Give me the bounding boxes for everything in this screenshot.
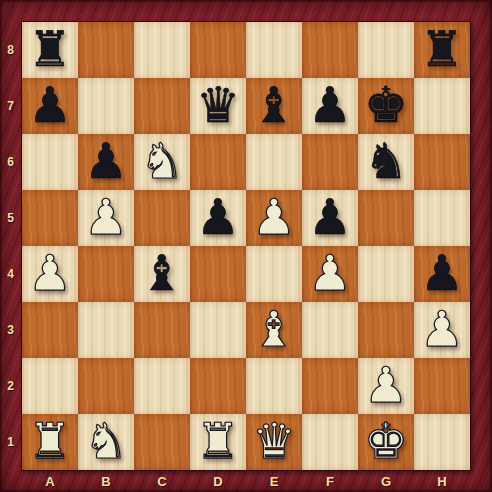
square-e2[interactable] <box>246 358 302 414</box>
square-c2[interactable] <box>134 358 190 414</box>
square-a5[interactable] <box>22 190 78 246</box>
square-e4[interactable] <box>246 246 302 302</box>
square-f4[interactable]: ♟ <box>302 246 358 302</box>
piece-white-pawn-f4[interactable]: ♟ <box>308 249 352 298</box>
piece-white-knight-b1[interactable]: ♞ <box>84 417 128 466</box>
square-f8[interactable] <box>302 22 358 78</box>
square-c3[interactable] <box>134 302 190 358</box>
square-h4[interactable]: ♟ <box>414 246 470 302</box>
piece-black-pawn-d5[interactable]: ♟ <box>196 193 240 242</box>
square-a6[interactable] <box>22 134 78 190</box>
square-b6[interactable]: ♟ <box>78 134 134 190</box>
square-f7[interactable]: ♟ <box>302 78 358 134</box>
chess-board: ♜♜♟♛♝♟♚♟♞♞♟♟♟♟♟♝♟♟♝♟♟♜♞♜♛♚ <box>21 21 471 471</box>
rank-label-1: 1 <box>0 414 21 470</box>
square-g7[interactable]: ♚ <box>358 78 414 134</box>
square-b3[interactable] <box>78 302 134 358</box>
square-a4[interactable]: ♟ <box>22 246 78 302</box>
piece-white-bishop-e3[interactable]: ♝ <box>252 305 296 354</box>
square-e1[interactable]: ♛ <box>246 414 302 470</box>
square-h5[interactable] <box>414 190 470 246</box>
square-c4[interactable]: ♝ <box>134 246 190 302</box>
piece-white-king-g1[interactable]: ♚ <box>364 417 408 466</box>
square-d5[interactable]: ♟ <box>190 190 246 246</box>
square-f6[interactable] <box>302 134 358 190</box>
square-f1[interactable] <box>302 414 358 470</box>
square-e8[interactable] <box>246 22 302 78</box>
square-a8[interactable]: ♜ <box>22 22 78 78</box>
square-d7[interactable]: ♛ <box>190 78 246 134</box>
square-f5[interactable]: ♟ <box>302 190 358 246</box>
square-e7[interactable]: ♝ <box>246 78 302 134</box>
piece-black-pawn-h4[interactable]: ♟ <box>420 249 464 298</box>
piece-white-pawn-a4[interactable]: ♟ <box>28 249 72 298</box>
square-c6[interactable]: ♞ <box>134 134 190 190</box>
piece-black-rook-a8[interactable]: ♜ <box>28 25 72 74</box>
square-b8[interactable] <box>78 22 134 78</box>
rank-label-3: 3 <box>0 302 21 358</box>
piece-black-bishop-c4[interactable]: ♝ <box>140 249 184 298</box>
square-c8[interactable] <box>134 22 190 78</box>
piece-white-rook-d1[interactable]: ♜ <box>196 417 240 466</box>
square-f2[interactable] <box>302 358 358 414</box>
square-a7[interactable]: ♟ <box>22 78 78 134</box>
file-label-b: B <box>78 470 134 492</box>
file-label-f: F <box>302 470 358 492</box>
square-g5[interactable] <box>358 190 414 246</box>
rank-label-7: 7 <box>0 78 21 134</box>
square-b2[interactable] <box>78 358 134 414</box>
piece-white-pawn-g2[interactable]: ♟ <box>364 361 408 410</box>
square-e3[interactable]: ♝ <box>246 302 302 358</box>
piece-black-pawn-f5[interactable]: ♟ <box>308 193 352 242</box>
square-a2[interactable] <box>22 358 78 414</box>
piece-white-rook-a1[interactable]: ♜ <box>28 417 72 466</box>
square-d4[interactable] <box>190 246 246 302</box>
square-g6[interactable]: ♞ <box>358 134 414 190</box>
square-h8[interactable]: ♜ <box>414 22 470 78</box>
piece-black-queen-d7[interactable]: ♛ <box>196 81 240 130</box>
rank-label-4: 4 <box>0 246 21 302</box>
rank-label-8: 8 <box>0 22 21 78</box>
file-label-c: C <box>134 470 190 492</box>
square-b7[interactable] <box>78 78 134 134</box>
square-e6[interactable] <box>246 134 302 190</box>
rank-label-2: 2 <box>0 358 21 414</box>
piece-black-knight-g6[interactable]: ♞ <box>364 137 408 186</box>
square-g4[interactable] <box>358 246 414 302</box>
file-label-a: A <box>22 470 78 492</box>
square-d2[interactable] <box>190 358 246 414</box>
square-h6[interactable] <box>414 134 470 190</box>
piece-black-bishop-e7[interactable]: ♝ <box>252 81 296 130</box>
square-c7[interactable] <box>134 78 190 134</box>
piece-white-pawn-e5[interactable]: ♟ <box>252 193 296 242</box>
square-d6[interactable] <box>190 134 246 190</box>
piece-black-king-g7[interactable]: ♚ <box>364 81 408 130</box>
square-b1[interactable]: ♞ <box>78 414 134 470</box>
piece-black-pawn-a7[interactable]: ♟ <box>28 81 72 130</box>
chess-board-frame: 87654321 ♜♜♟♛♝♟♚♟♞♞♟♟♟♟♟♝♟♟♝♟♟♜♞♜♛♚ ABCD… <box>0 0 492 492</box>
square-h3[interactable]: ♟ <box>414 302 470 358</box>
piece-white-queen-e1[interactable]: ♛ <box>252 417 296 466</box>
square-c5[interactable] <box>134 190 190 246</box>
file-label-h: H <box>414 470 470 492</box>
piece-white-knight-c6[interactable]: ♞ <box>140 137 184 186</box>
square-d3[interactable] <box>190 302 246 358</box>
file-label-g: G <box>358 470 414 492</box>
piece-black-rook-h8[interactable]: ♜ <box>420 25 464 74</box>
square-h1[interactable] <box>414 414 470 470</box>
square-g3[interactable] <box>358 302 414 358</box>
square-b4[interactable] <box>78 246 134 302</box>
square-d1[interactable]: ♜ <box>190 414 246 470</box>
square-c1[interactable] <box>134 414 190 470</box>
square-g2[interactable]: ♟ <box>358 358 414 414</box>
rank-label-5: 5 <box>0 190 21 246</box>
square-e5[interactable]: ♟ <box>246 190 302 246</box>
square-d8[interactable] <box>190 22 246 78</box>
piece-white-pawn-h3[interactable]: ♟ <box>420 305 464 354</box>
square-h7[interactable] <box>414 78 470 134</box>
square-g1[interactable]: ♚ <box>358 414 414 470</box>
square-g8[interactable] <box>358 22 414 78</box>
piece-white-pawn-b5[interactable]: ♟ <box>84 193 128 242</box>
square-h2[interactable] <box>414 358 470 414</box>
piece-black-pawn-b6[interactable]: ♟ <box>84 137 128 186</box>
file-label-d: D <box>190 470 246 492</box>
square-b5[interactable]: ♟ <box>78 190 134 246</box>
square-a1[interactable]: ♜ <box>22 414 78 470</box>
rank-labels: 87654321 <box>0 22 21 470</box>
piece-black-pawn-f7[interactable]: ♟ <box>308 81 352 130</box>
square-f3[interactable] <box>302 302 358 358</box>
file-label-e: E <box>246 470 302 492</box>
rank-label-6: 6 <box>0 134 21 190</box>
square-a3[interactable] <box>22 302 78 358</box>
file-labels: ABCDEFGH <box>22 470 470 492</box>
